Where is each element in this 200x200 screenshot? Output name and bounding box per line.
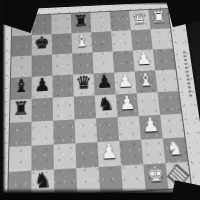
square-c2 (53, 143, 76, 169)
square-d4 (74, 95, 96, 119)
square-b5: ♟ (32, 76, 53, 99)
square-e1 (99, 166, 123, 193)
square-c4 (53, 97, 75, 121)
piece-black-knight-e4: ♞ (95, 92, 118, 116)
piece-white-pawn-g6: ♟ (132, 48, 154, 70)
piece-white-knight-h2: ♞ (163, 135, 188, 161)
square-c1 (54, 168, 77, 195)
square-d1 (76, 167, 100, 194)
piece-black-rook-a4: ♜ (10, 97, 32, 121)
square-c3 (53, 119, 75, 144)
square-g5: ♝ (135, 70, 158, 93)
square-d7: ♝ (71, 32, 92, 53)
piece-black-pawn-b5: ♟ (32, 74, 53, 97)
piece-white-king-g1: ♚ (143, 161, 168, 188)
square-e4: ♞ (95, 94, 118, 118)
chessboard-photo: ♜♛♜♚♝♟♝♟♛♟♟♝♜♞♟♟♟♞♞♚ (0, 0, 200, 200)
square-a8 (12, 16, 32, 37)
square-e8 (90, 12, 111, 32)
square-h5 (155, 69, 178, 92)
square-b1: ♞ (31, 169, 54, 196)
square-h7 (150, 28, 172, 49)
square-h8: ♜ (148, 9, 170, 29)
piece-white-pawn-g3: ♟ (139, 113, 163, 138)
diamond-logo-icon (167, 164, 190, 189)
square-a4: ♜ (10, 99, 32, 123)
piece-black-pawn-e5: ♟ (93, 71, 115, 94)
square-f2 (119, 140, 143, 166)
square-g8: ♛ (129, 10, 151, 30)
square-c5 (52, 75, 73, 98)
square-e7 (91, 31, 112, 52)
square-c6 (52, 54, 73, 76)
square-d5: ♛ (73, 74, 95, 97)
chess-grid: ♜♛♜♚♝♟♝♟♛♟♟♝♜♞♟♟♟♞♞♚ (7, 8, 192, 199)
piece-white-queen-g8: ♛ (129, 8, 150, 28)
piece-white-pawn-e2: ♟ (97, 139, 121, 165)
piece-white-pawn-f4: ♟ (116, 91, 139, 115)
piece-black-knight-b1: ♞ (31, 167, 54, 194)
piece-white-bishop-d7: ♝ (71, 30, 92, 51)
vertical-text-marks-icon (183, 52, 193, 99)
square-g3: ♟ (139, 115, 163, 140)
square-e2: ♟ (97, 141, 121, 167)
piece-black-rook-d8: ♜ (71, 11, 91, 31)
square-b4 (32, 98, 54, 122)
square-a2 (9, 146, 32, 172)
chess-board-mat: ♜♛♜♚♝♟♝♟♛♟♟♝♜♞♟♟♟♞♞♚ (0, 1, 200, 200)
square-g1: ♚ (143, 163, 168, 190)
square-a7 (11, 35, 31, 56)
square-b3 (31, 121, 53, 146)
square-a3 (9, 122, 31, 147)
square-f3 (117, 116, 141, 141)
piece-black-king-b7: ♚ (32, 32, 52, 53)
square-f1 (121, 164, 146, 191)
square-f7 (111, 30, 133, 51)
piece-white-pawn-f5: ♟ (114, 69, 137, 92)
square-c8 (51, 14, 71, 35)
square-h2: ♞ (163, 137, 188, 163)
square-c7 (52, 33, 73, 54)
square-h1 (166, 162, 192, 189)
square-f8 (110, 11, 131, 31)
square-a1 (8, 171, 31, 198)
square-d2 (75, 142, 98, 168)
piece-black-queen-d5: ♛ (73, 72, 95, 95)
square-d3 (75, 118, 98, 143)
square-h6 (153, 48, 176, 70)
square-h4 (158, 91, 182, 115)
square-b7: ♚ (32, 34, 52, 55)
piece-black-bishop-a5: ♝ (11, 75, 32, 98)
piece-white-rook-h8: ♜ (148, 7, 170, 27)
piece-white-bishop-g5: ♝ (134, 68, 157, 91)
square-f4: ♟ (116, 93, 139, 117)
